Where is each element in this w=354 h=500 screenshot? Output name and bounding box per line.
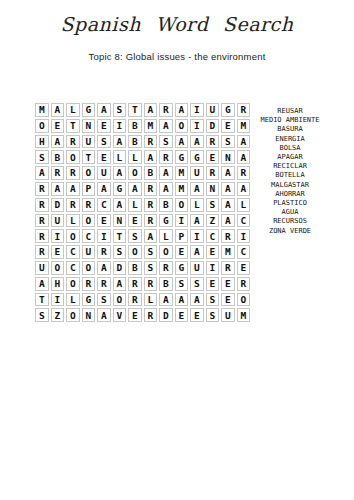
grid-cell-r12c12[interactable]: E: [206, 277, 220, 291]
grid-cell-r5c1[interactable]: A: [35, 166, 49, 180]
grid-cell-r5c11[interactable]: U: [190, 166, 204, 180]
grid-cell-r6c5[interactable]: A: [97, 182, 111, 196]
grid-cell-r14c7[interactable]: E: [128, 308, 142, 322]
grid-cell-r3c7[interactable]: B: [128, 135, 142, 149]
grid-cell-r6c10[interactable]: M: [175, 182, 189, 196]
grid-cell-r10c10[interactable]: E: [175, 245, 189, 259]
grid-cell-r6c6[interactable]: G: [113, 182, 127, 196]
grid-cell-r3c2[interactable]: A: [51, 135, 65, 149]
grid-cell-r4c6[interactable]: L: [113, 150, 127, 164]
grid-cell-r5c12[interactable]: R: [206, 166, 220, 180]
grid-cell-r14c9[interactable]: D: [159, 308, 173, 322]
grid-cell-r7c12[interactable]: S: [206, 198, 220, 212]
grid-cell-r7c3[interactable]: R: [66, 198, 80, 212]
grid-cell-r10c4[interactable]: U: [82, 245, 96, 259]
grid-cell-r8c12[interactable]: Z: [206, 214, 220, 228]
grid-cell-r7c8[interactable]: R: [144, 198, 158, 212]
grid-cell-r13c6[interactable]: O: [113, 293, 127, 307]
grid-cell-r4c3[interactable]: O: [66, 150, 80, 164]
grid-cell-r14c8[interactable]: R: [144, 308, 158, 322]
grid-cell-r1c9[interactable]: R: [159, 103, 173, 117]
grid-cell-r2c5[interactable]: E: [97, 119, 111, 133]
grid-cell-r1c11[interactable]: I: [190, 103, 204, 117]
grid-cell-r11c6[interactable]: D: [113, 261, 127, 275]
grid-cell-r11c5[interactable]: A: [97, 261, 111, 275]
grid-cell-r9c12[interactable]: C: [206, 229, 220, 243]
word-list-item: BASURA: [240, 125, 340, 134]
grid-cell-r7c10[interactable]: O: [175, 198, 189, 212]
grid-cell-r9c3[interactable]: O: [66, 229, 80, 243]
grid-cell-r1c4[interactable]: G: [82, 103, 96, 117]
grid-cell-r12c9[interactable]: B: [159, 277, 173, 291]
grid-cell-r12c7[interactable]: R: [128, 277, 142, 291]
word-list-item: ZONA VERDE: [240, 227, 340, 236]
grid-cell-r10c14[interactable]: C: [237, 245, 251, 259]
grid-cell-r13c9[interactable]: A: [159, 293, 173, 307]
grid-cell-r14c13[interactable]: U: [221, 308, 235, 322]
grid-cell-r8c2[interactable]: U: [51, 214, 65, 228]
grid-cell-r12c6[interactable]: A: [113, 277, 127, 291]
grid-cell-r12c2[interactable]: H: [51, 277, 65, 291]
grid-cell-r14c5[interactable]: A: [97, 308, 111, 322]
grid-cell-r4c2[interactable]: B: [51, 150, 65, 164]
word-list-item: ENERGIA: [240, 135, 340, 144]
grid-cell-r5c4[interactable]: O: [82, 166, 96, 180]
grid-cell-r6c4[interactable]: P: [82, 182, 96, 196]
grid-cell-r6c12[interactable]: N: [206, 182, 220, 196]
grid-cell-r6c11[interactable]: A: [190, 182, 204, 196]
grid-cell-r11c7[interactable]: B: [128, 261, 142, 275]
grid-cell-r9c8[interactable]: A: [144, 229, 158, 243]
grid-cell-r3c13[interactable]: S: [221, 135, 235, 149]
grid-cell-r1c3[interactable]: L: [66, 103, 80, 117]
grid-cell-r10c7[interactable]: O: [128, 245, 142, 259]
grid-cell-r8c10[interactable]: I: [175, 214, 189, 228]
grid-cell-r12c4[interactable]: R: [82, 277, 96, 291]
grid-cell-r3c11[interactable]: A: [190, 135, 204, 149]
grid-cell-r4c10[interactable]: G: [175, 150, 189, 164]
word-list-item: AGUA: [240, 208, 340, 217]
grid-cell-r10c6[interactable]: S: [113, 245, 127, 259]
grid-cell-r10c5[interactable]: R: [97, 245, 111, 259]
grid-cell-r6c3[interactable]: A: [66, 182, 80, 196]
grid-cell-r6c8[interactable]: R: [144, 182, 158, 196]
grid-cell-r10c12[interactable]: E: [206, 245, 220, 259]
grid-cell-r11c10[interactable]: G: [175, 261, 189, 275]
grid-cell-r4c9[interactable]: R: [159, 150, 173, 164]
grid-cell-r4c5[interactable]: E: [97, 150, 111, 164]
grid-cell-r9c10[interactable]: P: [175, 229, 189, 243]
grid-cell-r4c12[interactable]: E: [206, 150, 220, 164]
grid-cell-r7c4[interactable]: R: [82, 198, 96, 212]
grid-cell-r7c7[interactable]: L: [128, 198, 142, 212]
grid-cell-r11c9[interactable]: R: [159, 261, 173, 275]
grid-cell-r5c10[interactable]: M: [175, 166, 189, 180]
grid-cell-r12c11[interactable]: S: [190, 277, 204, 291]
grid-cell-r7c11[interactable]: L: [190, 198, 204, 212]
grid-cell-r14c11[interactable]: E: [190, 308, 204, 322]
grid-cell-r5c7[interactable]: O: [128, 166, 142, 180]
grid-cell-r9c13[interactable]: R: [221, 229, 235, 243]
grid-cell-r3c10[interactable]: A: [175, 135, 189, 149]
grid-cell-r12c3[interactable]: O: [66, 277, 80, 291]
grid-cell-r5c2[interactable]: R: [51, 166, 65, 180]
word-list-item: APAGAR: [240, 153, 340, 162]
grid-cell-r12c10[interactable]: S: [175, 277, 189, 291]
grid-cell-r11c1[interactable]: U: [35, 261, 49, 275]
grid-cell-r3c5[interactable]: S: [97, 135, 111, 149]
grid-cell-r11c12[interactable]: I: [206, 261, 220, 275]
grid-cell-r1c10[interactable]: A: [175, 103, 189, 117]
grid-cell-r1c6[interactable]: S: [113, 103, 127, 117]
grid-cell-r2c6[interactable]: I: [113, 119, 127, 133]
grid-cell-r11c4[interactable]: O: [82, 261, 96, 275]
grid-cell-r2c1[interactable]: O: [35, 119, 49, 133]
grid-cell-r8c13[interactable]: A: [221, 214, 235, 228]
grid-cell-r11c11[interactable]: U: [190, 261, 204, 275]
grid-cell-r13c10[interactable]: A: [175, 293, 189, 307]
grid-cell-r14c12[interactable]: S: [206, 308, 220, 322]
grid-cell-r9c1[interactable]: R: [35, 229, 49, 243]
grid-cell-r2c13[interactable]: E: [221, 119, 235, 133]
grid-cell-r9c6[interactable]: T: [113, 229, 127, 243]
worksheet-page: Spanish Word Search Topic 8: Global issu…: [0, 0, 354, 500]
grid-cell-r12c1[interactable]: A: [35, 277, 49, 291]
grid-cell-r11c3[interactable]: C: [66, 261, 80, 275]
grid-cell-r5c9[interactable]: A: [159, 166, 173, 180]
word-search-grid[interactable]: MALGASTARAIUGROETNEIBMAOIDEMHARUSABRSAAR…: [35, 103, 250, 322]
grid-cell-r10c2[interactable]: E: [51, 245, 65, 259]
word-list-item: RECICLAR: [240, 162, 340, 171]
page-subtitle: Topic 8: Global issues - the environment: [0, 51, 354, 62]
grid-cell-r8c1[interactable]: R: [35, 214, 49, 228]
grid-cell-r8c6[interactable]: N: [113, 214, 127, 228]
grid-cell-r13c8[interactable]: L: [144, 293, 158, 307]
word-list-item: PLASTICO: [240, 199, 340, 208]
grid-cell-r13c7[interactable]: R: [128, 293, 142, 307]
grid-cell-r1c5[interactable]: A: [97, 103, 111, 117]
grid-cell-r14c1[interactable]: S: [35, 308, 49, 322]
grid-cell-r3c9[interactable]: S: [159, 135, 173, 149]
grid-cell-r2c4[interactable]: N: [82, 119, 96, 133]
grid-cell-r13c12[interactable]: S: [206, 293, 220, 307]
grid-cell-r13c13[interactable]: E: [221, 293, 235, 307]
grid-cell-r6c2[interactable]: A: [51, 182, 65, 196]
word-list-item: BOTELLA: [240, 171, 340, 180]
grid-cell-r1c12[interactable]: U: [206, 103, 220, 117]
grid-cell-r6c1[interactable]: R: [35, 182, 49, 196]
grid-cell-r14c6[interactable]: V: [113, 308, 127, 322]
grid-cell-r8c11[interactable]: A: [190, 214, 204, 228]
grid-cell-r3c8[interactable]: R: [144, 135, 158, 149]
grid-cell-r4c1[interactable]: S: [35, 150, 49, 164]
grid-cell-r4c8[interactable]: A: [144, 150, 158, 164]
grid-cell-r9c5[interactable]: I: [97, 229, 111, 243]
grid-cell-r8c7[interactable]: E: [128, 214, 142, 228]
grid-cell-r3c12[interactable]: R: [206, 135, 220, 149]
grid-cell-r3c4[interactable]: U: [82, 135, 96, 149]
grid-cell-r4c7[interactable]: L: [128, 150, 142, 164]
grid-cell-r12c14[interactable]: R: [237, 277, 251, 291]
grid-cell-r8c5[interactable]: E: [97, 214, 111, 228]
word-list: REUSARMEDIO AMBIENTEBASURAENERGIABOLSAAP…: [240, 107, 340, 236]
grid-cell-r10c1[interactable]: R: [35, 245, 49, 259]
page-title: Spanish Word Search: [0, 13, 354, 35]
grid-cell-r11c2[interactable]: O: [51, 261, 65, 275]
grid-cell-r2c9[interactable]: A: [159, 119, 173, 133]
grid-cell-r11c13[interactable]: R: [221, 261, 235, 275]
word-list-item: MALGASTAR: [240, 181, 340, 190]
grid-cell-r13c4[interactable]: G: [82, 293, 96, 307]
grid-cell-r3c6[interactable]: A: [113, 135, 127, 149]
grid-cell-r1c8[interactable]: A: [144, 103, 158, 117]
grid-cell-r10c3[interactable]: C: [66, 245, 80, 259]
grid-cell-r1c1[interactable]: M: [35, 103, 49, 117]
grid-cell-r4c13[interactable]: N: [221, 150, 235, 164]
grid-cell-r5c5[interactable]: U: [97, 166, 111, 180]
grid-cell-r11c8[interactable]: S: [144, 261, 158, 275]
grid-cell-r14c2[interactable]: Z: [51, 308, 65, 322]
word-list-item: RECURSOS: [240, 217, 340, 226]
grid-cell-r12c13[interactable]: E: [221, 277, 235, 291]
grid-cell-r9c9[interactable]: L: [159, 229, 173, 243]
grid-cell-r5c6[interactable]: A: [113, 166, 127, 180]
grid-cell-r9c2[interactable]: I: [51, 229, 65, 243]
grid-cell-r11c14[interactable]: E: [237, 261, 251, 275]
grid-cell-r6c9[interactable]: A: [159, 182, 173, 196]
grid-cell-r9c4[interactable]: C: [82, 229, 96, 243]
grid-cell-r4c11[interactable]: G: [190, 150, 204, 164]
grid-cell-r10c13[interactable]: M: [221, 245, 235, 259]
grid-cell-r13c5[interactable]: S: [97, 293, 111, 307]
grid-cell-r7c2[interactable]: D: [51, 198, 65, 212]
grid-cell-r2c11[interactable]: I: [190, 119, 204, 133]
grid-cell-r9c11[interactable]: I: [190, 229, 204, 243]
grid-cell-r7c13[interactable]: A: [221, 198, 235, 212]
grid-cell-r5c8[interactable]: B: [144, 166, 158, 180]
grid-cell-r6c7[interactable]: A: [128, 182, 142, 196]
grid-cell-r10c8[interactable]: S: [144, 245, 158, 259]
grid-cell-r5c3[interactable]: R: [66, 166, 80, 180]
grid-cell-r1c2[interactable]: A: [51, 103, 65, 117]
grid-cell-r9c7[interactable]: S: [128, 229, 142, 243]
grid-cell-r7c5[interactable]: C: [97, 198, 111, 212]
grid-cell-r5c13[interactable]: A: [221, 166, 235, 180]
word-list-item: REUSAR: [240, 107, 340, 116]
grid-cell-r2c12[interactable]: D: [206, 119, 220, 133]
grid-cell-r3c1[interactable]: H: [35, 135, 49, 149]
grid-cell-r13c2[interactable]: I: [51, 293, 65, 307]
grid-cell-r8c9[interactable]: G: [159, 214, 173, 228]
grid-cell-r12c5[interactable]: R: [97, 277, 111, 291]
grid-cell-r2c10[interactable]: O: [175, 119, 189, 133]
grid-cell-r14c14[interactable]: M: [237, 308, 251, 322]
grid-cell-r2c3[interactable]: T: [66, 119, 80, 133]
grid-cell-r10c9[interactable]: O: [159, 245, 173, 259]
grid-cell-r2c2[interactable]: E: [51, 119, 65, 133]
grid-cell-r1c7[interactable]: T: [128, 103, 142, 117]
grid-cell-r14c4[interactable]: N: [82, 308, 96, 322]
grid-cell-r8c4[interactable]: O: [82, 214, 96, 228]
grid-cell-r14c3[interactable]: O: [66, 308, 80, 322]
grid-cell-r7c9[interactable]: B: [159, 198, 173, 212]
grid-cell-r7c6[interactable]: A: [113, 198, 127, 212]
grid-cell-r14c10[interactable]: E: [175, 308, 189, 322]
grid-cell-r3c3[interactable]: R: [66, 135, 80, 149]
grid-cell-r1c13[interactable]: G: [221, 103, 235, 117]
grid-cell-r2c8[interactable]: M: [144, 119, 158, 133]
grid-cell-r8c8[interactable]: R: [144, 214, 158, 228]
word-list-item: AHORRAR: [240, 190, 340, 199]
grid-cell-r4c4[interactable]: T: [82, 150, 96, 164]
grid-cell-r8c3[interactable]: L: [66, 214, 80, 228]
grid-cell-r13c14[interactable]: O: [237, 293, 251, 307]
grid-cell-r10c11[interactable]: A: [190, 245, 204, 259]
word-list-item: BOLSA: [240, 144, 340, 153]
grid-cell-r13c11[interactable]: A: [190, 293, 204, 307]
grid-cell-r12c8[interactable]: R: [144, 277, 158, 291]
grid-cell-r2c7[interactable]: B: [128, 119, 142, 133]
grid-cell-r13c1[interactable]: T: [35, 293, 49, 307]
grid-cell-r7c1[interactable]: R: [35, 198, 49, 212]
grid-cell-r6c13[interactable]: A: [221, 182, 235, 196]
grid-cell-r13c3[interactable]: L: [66, 293, 80, 307]
word-list-item: MEDIO AMBIENTE: [240, 116, 340, 125]
